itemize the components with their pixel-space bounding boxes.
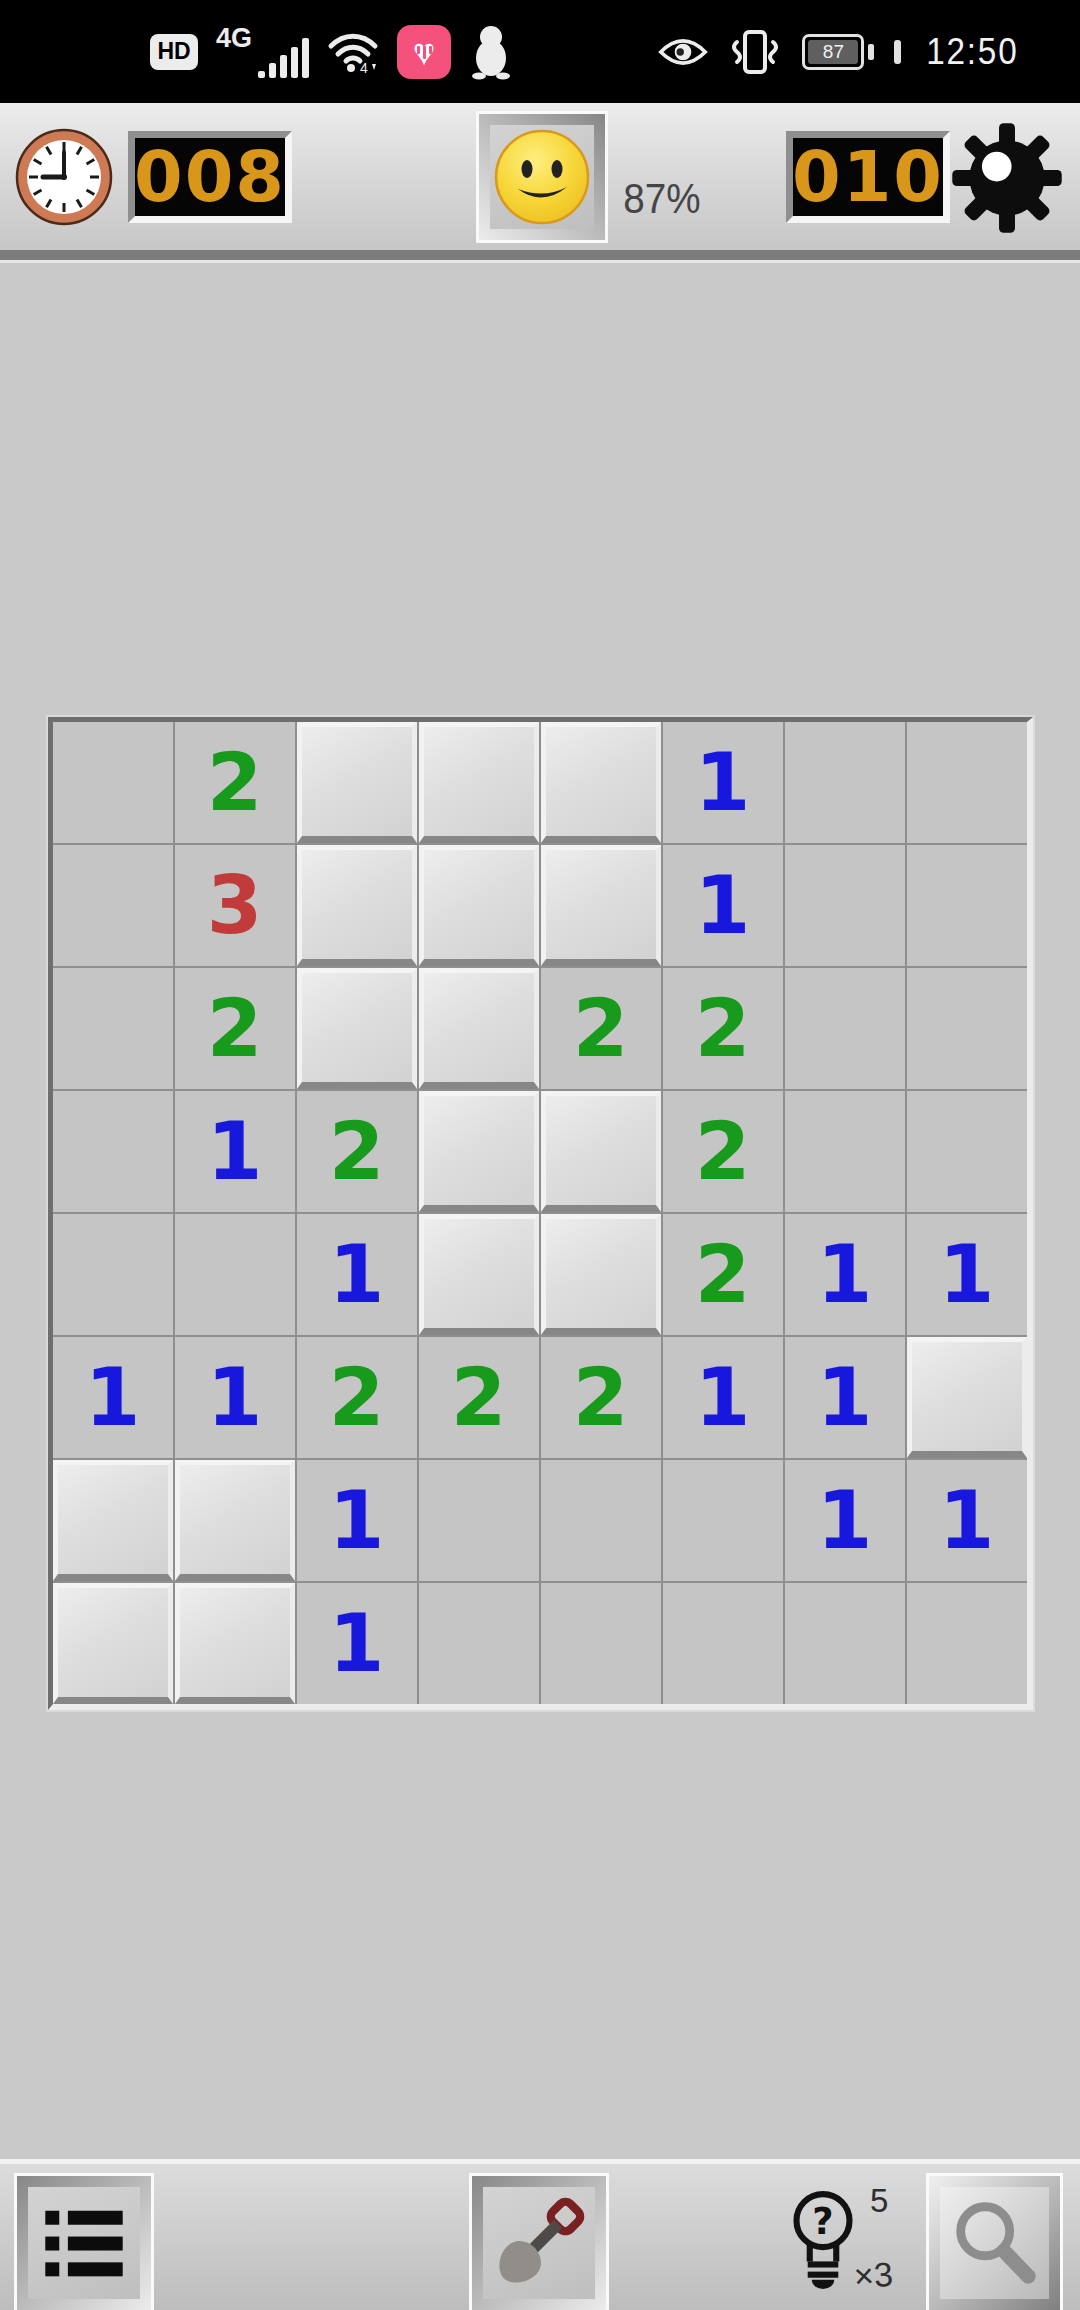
cell-r8c1[interactable] — [53, 1583, 173, 1704]
cell-r8c8[interactable] — [907, 1583, 1027, 1704]
zoom-button[interactable] — [926, 2173, 1063, 2310]
cell-r2c8[interactable] — [907, 845, 1027, 966]
cell-r1c6[interactable]: 1 — [663, 722, 783, 843]
svg-text:?: ? — [812, 2200, 833, 2243]
cell-r3c6[interactable]: 2 — [663, 968, 783, 1089]
cell-r1c7[interactable] — [785, 722, 905, 843]
timer-counter: 008 — [128, 131, 292, 223]
dig-mode-button[interactable] — [469, 2173, 609, 2310]
cell-r1c4[interactable] — [419, 722, 539, 843]
cell-r8c4[interactable] — [419, 1583, 539, 1704]
hint-bulb-icon: ? — [782, 2188, 864, 2292]
cell-r6c5[interactable]: 2 — [541, 1337, 661, 1458]
cell-r8c5[interactable] — [541, 1583, 661, 1704]
cell-r7c2[interactable] — [175, 1460, 295, 1581]
cell-r1c5[interactable] — [541, 722, 661, 843]
timer-value: 008 — [134, 142, 286, 212]
cell-r3c3[interactable] — [297, 968, 417, 1089]
cell-r3c5[interactable]: 2 — [541, 968, 661, 1089]
board-grid: 2131222122121111222111111 — [53, 722, 1027, 1704]
cell-r6c8[interactable] — [907, 1337, 1027, 1458]
cell-r2c6[interactable]: 1 — [663, 845, 783, 966]
cell-r7c5[interactable] — [541, 1460, 661, 1581]
cell-r5c8[interactable]: 1 — [907, 1214, 1027, 1335]
cell-r6c1[interactable]: 1 — [53, 1337, 173, 1458]
cell-r8c7[interactable] — [785, 1583, 905, 1704]
status-bar-right: 87 12:50 — [658, 29, 1024, 75]
cell-r3c8[interactable] — [907, 968, 1027, 1089]
mine-counter: 010 — [786, 131, 950, 223]
cell-r5c1[interactable] — [53, 1214, 173, 1335]
cell-r2c5[interactable] — [541, 845, 661, 966]
cell-r3c4[interactable] — [419, 968, 539, 1089]
cell-r4c5[interactable] — [541, 1091, 661, 1212]
cell-r4c1[interactable] — [53, 1091, 173, 1212]
cell-r3c1[interactable] — [53, 968, 173, 1089]
cell-r1c3[interactable] — [297, 722, 417, 843]
cell-r7c3[interactable]: 1 — [297, 1460, 417, 1581]
game-header: 008 87% 010 — [0, 103, 1080, 250]
settings-gear-icon[interactable] — [950, 121, 1064, 235]
minesweeper-board: 2131222122121111222111111 — [48, 717, 1033, 1710]
cell-r2c1[interactable] — [53, 845, 173, 966]
cell-r6c3[interactable]: 2 — [297, 1337, 417, 1458]
cell-r1c2[interactable]: 2 — [175, 722, 295, 843]
cell-r3c7[interactable] — [785, 968, 905, 1089]
cell-r1c8[interactable] — [907, 722, 1027, 843]
battery-percent: 87 — [808, 40, 858, 64]
mine-count-value: 010 — [792, 142, 944, 212]
cell-r8c6[interactable] — [663, 1583, 783, 1704]
cell-r5c3[interactable]: 1 — [297, 1214, 417, 1335]
menu-button[interactable] — [14, 2173, 154, 2310]
cell-r4c2[interactable]: 1 — [175, 1091, 295, 1212]
cell-r4c6[interactable]: 2 — [663, 1091, 783, 1212]
cell-r2c4[interactable] — [419, 845, 539, 966]
cell-r4c7[interactable] — [785, 1091, 905, 1212]
hint-count: 5 — [870, 2182, 888, 2220]
timer-clock-icon — [14, 127, 114, 227]
battery-icon: 87 — [802, 34, 874, 70]
vibrate-icon — [728, 29, 782, 75]
clock-time: 12:50 — [927, 31, 1019, 73]
cellular-signal: 4G — [216, 25, 309, 78]
cell-r7c8[interactable]: 1 — [907, 1460, 1027, 1581]
cell-r6c4[interactable]: 2 — [419, 1337, 539, 1458]
smiley-face-icon — [492, 127, 592, 227]
smiley-reset-button[interactable] — [476, 111, 608, 243]
shovel-icon — [487, 2191, 591, 2295]
wifi-icon: 4 — [327, 30, 379, 74]
cell-r2c3[interactable] — [297, 845, 417, 966]
hint-uses: ×3 — [853, 2255, 894, 2297]
status-bar: HD 4G 4 ♥ 87 — [0, 0, 1080, 103]
cell-r2c7[interactable] — [785, 845, 905, 966]
cell-r1c1[interactable] — [53, 722, 173, 843]
network-type-label: 4G — [216, 25, 252, 52]
bottom-toolbar: ? 5 ×3 — [0, 2159, 1080, 2310]
cell-r5c4[interactable] — [419, 1214, 539, 1335]
magnifier-icon — [946, 2194, 1044, 2292]
qq-penguin-icon — [469, 24, 513, 80]
cell-r2c2[interactable]: 3 — [175, 845, 295, 966]
voice-app-icon: ♥ — [397, 25, 451, 79]
cell-r4c3[interactable]: 2 — [297, 1091, 417, 1212]
cell-r8c3[interactable]: 1 — [297, 1583, 417, 1704]
cell-r4c8[interactable] — [907, 1091, 1027, 1212]
hd-icon: HD — [150, 34, 198, 70]
cell-r7c7[interactable]: 1 — [785, 1460, 905, 1581]
cell-r6c7[interactable]: 1 — [785, 1337, 905, 1458]
cell-r3c2[interactable]: 2 — [175, 968, 295, 1089]
progress-percent: 87% — [623, 175, 700, 223]
svg-text:4: 4 — [360, 60, 368, 74]
hint-button[interactable]: ? 5 ×3 — [782, 2188, 912, 2308]
cell-r5c5[interactable] — [541, 1214, 661, 1335]
cell-r4c4[interactable] — [419, 1091, 539, 1212]
cell-r5c2[interactable] — [175, 1214, 295, 1335]
cell-r7c1[interactable] — [53, 1460, 173, 1581]
signal-bars-icon — [258, 36, 309, 78]
battery-cap — [894, 40, 901, 64]
cell-r7c6[interactable] — [663, 1460, 783, 1581]
cell-r6c2[interactable]: 1 — [175, 1337, 295, 1458]
cell-r8c2[interactable] — [175, 1583, 295, 1704]
cell-r5c6[interactable]: 2 — [663, 1214, 783, 1335]
header-separator — [0, 250, 1080, 263]
eye-icon — [658, 35, 708, 69]
list-menu-icon — [41, 2200, 127, 2286]
cell-r7c4[interactable] — [419, 1460, 539, 1581]
cell-r6c6[interactable]: 1 — [663, 1337, 783, 1458]
cell-r5c7[interactable]: 1 — [785, 1214, 905, 1335]
